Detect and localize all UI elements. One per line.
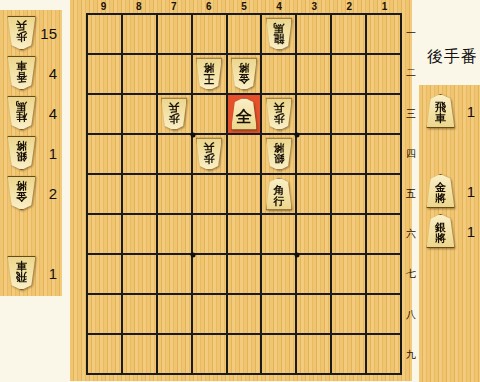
hand-count-gold: 2 (49, 185, 57, 202)
piece-kanji: 銀 (273, 153, 284, 164)
piece-kanji: 行 (273, 196, 284, 207)
piece-kanji: 將 (435, 233, 446, 244)
hand-count-rook: 1 (467, 103, 475, 120)
board-cell-6-2[interactable]: 王將 (193, 55, 226, 93)
board-cell-3-2[interactable] (297, 55, 330, 93)
file-label-1: 1 (367, 0, 402, 13)
board-cell-4-7[interactable] (262, 255, 295, 293)
board-cell-4-9[interactable] (262, 335, 295, 373)
board-cell-8-6[interactable] (123, 215, 156, 253)
board-cell-9-4[interactable] (88, 135, 121, 173)
board-cell-8-3[interactable] (123, 95, 156, 133)
board-cell-6-9[interactable] (193, 335, 226, 373)
piece-face: 全 (230, 98, 257, 131)
board-cell-3-4[interactable] (297, 135, 330, 173)
shogi-board-panel: 987654321 龍馬王將金將歩兵全歩兵歩兵銀將角行 一二三四五六七八九 (70, 0, 412, 381)
board-cell-5-3[interactable]: 全 (228, 95, 261, 133)
board-cell-2-3[interactable] (332, 95, 365, 133)
board-cell-9-5[interactable] (88, 175, 121, 213)
hand-slot-gold[interactable]: 金將2 (0, 173, 62, 213)
board-cell-4-5[interactable]: 角行 (262, 175, 295, 213)
piece-kanji: 兵 (204, 142, 215, 153)
hand-slot-empty (419, 251, 480, 291)
hand-count-lance: 4 (49, 65, 57, 82)
piece-kanji: 兵 (273, 102, 284, 113)
piece-gote-pawn[interactable]: 歩兵 (265, 98, 292, 131)
board-cell-8-9[interactable] (123, 335, 156, 373)
piece-face: 金將 (426, 174, 455, 208)
board-cell-5-4[interactable] (228, 135, 261, 173)
piece-kanji: 將 (16, 141, 27, 152)
board-cell-7-1[interactable] (158, 15, 191, 53)
piece-gote-knight[interactable]: 桂馬 (7, 96, 36, 130)
file-label-6: 6 (191, 0, 226, 13)
board-cell-7-5[interactable] (158, 175, 191, 213)
piece-face: 金將 (230, 58, 257, 91)
piece-face: 銀將 (265, 138, 292, 171)
piece-kanji: 桂 (16, 112, 27, 123)
piece-gote-promoted-bishop[interactable]: 龍馬 (265, 18, 292, 51)
piece-gote-pawn[interactable]: 歩兵 (7, 16, 36, 50)
piece-kanji: 車 (16, 261, 27, 272)
board-cell-3-1[interactable] (297, 15, 330, 53)
piece-kanji: 歩 (273, 113, 284, 124)
board-cell-9-1[interactable] (88, 15, 121, 53)
piece-face: 歩兵 (161, 98, 188, 131)
piece-kanji: 歩 (204, 153, 215, 164)
board-cell-4-8[interactable] (262, 295, 295, 333)
board-cell-9-6[interactable] (88, 215, 121, 253)
rank-label-1: 一 (404, 13, 418, 53)
rank-labels: 一二三四五六七八九 (404, 13, 418, 375)
rank-label-6: 六 (404, 214, 418, 254)
board-cell-6-3[interactable] (193, 95, 226, 133)
board-cell-6-5[interactable] (193, 175, 226, 213)
file-label-7: 7 (156, 0, 191, 13)
board-cell-2-4[interactable] (332, 135, 365, 173)
board-cell-8-7[interactable] (123, 255, 156, 293)
board-cell-3-5[interactable] (297, 175, 330, 213)
board-cell-2-2[interactable] (332, 55, 365, 93)
piece-face: 歩兵 (265, 98, 292, 131)
hand-count-pawn: 15 (40, 25, 57, 42)
piece-kanji: 歩 (169, 113, 180, 124)
star-point-3 (190, 252, 195, 257)
piece-face: 角行 (265, 178, 292, 211)
board-cell-4-3[interactable]: 歩兵 (262, 95, 295, 133)
piece-gote-gold[interactable]: 金將 (230, 58, 257, 91)
file-labels: 987654321 (86, 0, 402, 13)
piece-kanji: 將 (273, 142, 284, 153)
piece-kanji: 馬 (16, 101, 27, 112)
hand-slot-empty (419, 331, 480, 371)
board-cell-3-8[interactable] (297, 295, 330, 333)
piece-gote-lance[interactable]: 香車 (7, 56, 36, 90)
piece-kanji: 將 (16, 181, 27, 192)
board-cell-1-8[interactable] (367, 295, 400, 333)
shogi-board-grid: 龍馬王將金將歩兵全歩兵歩兵銀將角行 (86, 13, 402, 375)
sente-hand-tray: 飛車1金將1銀將1 (419, 85, 480, 382)
board-cell-3-3[interactable] (297, 95, 330, 133)
star-point-2 (294, 132, 299, 137)
board-cell-5-5[interactable] (228, 175, 261, 213)
piece-face: 龍馬 (265, 18, 292, 51)
piece-face: 歩兵 (196, 138, 223, 171)
board-cell-7-7[interactable] (158, 255, 191, 293)
piece-kanji: 飛 (16, 272, 27, 283)
hand-count-rook: 1 (49, 265, 57, 282)
turn-indicator: 後手番 (427, 47, 478, 68)
board-cell-1-7[interactable] (367, 255, 400, 293)
hand-slot-silver[interactable]: 銀將1 (0, 133, 62, 173)
piece-kanji: 兵 (16, 21, 27, 32)
piece-kanji: 銀 (16, 152, 27, 163)
board-cell-9-7[interactable] (88, 255, 121, 293)
piece-face: 飛車 (426, 94, 455, 128)
piece-kanji: 車 (435, 113, 446, 124)
piece-face: 王將 (196, 58, 223, 91)
piece-face: 銀將 (7, 136, 36, 170)
board-cell-7-4[interactable] (158, 135, 191, 173)
board-cell-9-9[interactable] (88, 335, 121, 373)
piece-sente-gold[interactable]: 金將 (426, 174, 455, 208)
star-point-1 (190, 132, 195, 137)
board-cell-7-8[interactable] (158, 295, 191, 333)
piece-face: 金將 (7, 176, 36, 210)
hand-slot-pawn[interactable]: 歩兵15 (0, 13, 62, 53)
file-label-9: 9 (86, 0, 121, 13)
board-cell-6-8[interactable] (193, 295, 226, 333)
hand-slot-silver[interactable]: 銀將1 (419, 211, 480, 251)
file-label-2: 2 (332, 0, 367, 13)
file-label-8: 8 (121, 0, 156, 13)
board-cell-8-5[interactable] (123, 175, 156, 213)
board-cell-3-6[interactable] (297, 215, 330, 253)
board-cell-2-7[interactable] (332, 255, 365, 293)
board-cell-6-6[interactable] (193, 215, 226, 253)
board-cell-6-4[interactable]: 歩兵 (193, 135, 226, 173)
piece-kanji: 香 (16, 72, 27, 83)
piece-kanji: 飛 (435, 102, 446, 113)
piece-kanji: 龍 (273, 33, 284, 44)
piece-face: 香車 (7, 56, 36, 90)
file-label-5: 5 (226, 0, 261, 13)
hand-count-silver: 1 (49, 145, 57, 162)
board-cell-8-4[interactable] (123, 135, 156, 173)
board-cell-1-6[interactable] (367, 215, 400, 253)
piece-gote-gold[interactable]: 金將 (7, 176, 36, 210)
board-cell-3-9[interactable] (297, 335, 330, 373)
piece-kanji: 兵 (169, 102, 180, 113)
board-cell-9-3[interactable] (88, 95, 121, 133)
board-cell-5-1[interactable] (228, 15, 261, 53)
board-cell-9-8[interactable] (88, 295, 121, 333)
hand-slot-knight[interactable]: 桂馬4 (0, 93, 62, 133)
board-cell-2-9[interactable] (332, 335, 365, 373)
board-cell-6-1[interactable] (193, 15, 226, 53)
piece-sente-rook[interactable]: 飛車 (426, 94, 455, 128)
board-cell-1-3[interactable] (367, 95, 400, 133)
board-cell-4-4[interactable]: 銀將 (262, 135, 295, 173)
hand-slot-rook[interactable]: 飛車1 (419, 91, 480, 131)
shogi-diagram: 歩兵15香車4桂馬4銀將1金將2飛車1 987654321 龍馬王將金將歩兵全歩… (0, 0, 480, 382)
piece-kanji: 全 (236, 107, 252, 124)
hand-slot-empty (0, 213, 62, 253)
hand-count-gold: 1 (467, 183, 475, 200)
board-cell-7-3[interactable]: 歩兵 (158, 95, 191, 133)
board-cell-5-6[interactable] (228, 215, 261, 253)
board-cell-7-6[interactable] (158, 215, 191, 253)
piece-face: 歩兵 (7, 16, 36, 50)
piece-kanji: 車 (16, 61, 27, 72)
piece-sente-bishop[interactable]: 角行 (265, 178, 292, 211)
file-label-4: 4 (262, 0, 297, 13)
piece-sente-silver[interactable]: 銀將 (426, 214, 455, 248)
piece-kanji: 馬 (273, 22, 284, 33)
hand-slot-rook[interactable]: 飛車1 (0, 253, 62, 293)
board-cell-9-2[interactable] (88, 55, 121, 93)
piece-gote-king[interactable]: 王將 (196, 58, 223, 91)
rank-label-7: 七 (404, 254, 418, 294)
hand-slot-empty (419, 291, 480, 331)
piece-kanji: 王 (204, 73, 215, 84)
board-cell-4-2[interactable] (262, 55, 295, 93)
piece-face: 飛車 (7, 256, 36, 290)
piece-kanji: 金 (16, 192, 27, 203)
piece-kanji: 將 (238, 62, 249, 73)
rank-label-8: 八 (404, 295, 418, 335)
piece-face: 桂馬 (7, 96, 36, 130)
board-cell-7-9[interactable] (158, 335, 191, 373)
board-cell-2-1[interactable] (332, 15, 365, 53)
rank-label-3: 三 (404, 93, 418, 133)
hand-slot-gold[interactable]: 金將1 (419, 171, 480, 211)
board-cell-5-8[interactable] (228, 295, 261, 333)
rank-label-9: 九 (404, 335, 418, 375)
rank-label-5: 五 (404, 174, 418, 214)
file-label-3: 3 (297, 0, 332, 13)
board-cell-7-2[interactable] (158, 55, 191, 93)
star-point-4 (294, 252, 299, 257)
piece-kanji: 金 (435, 182, 446, 193)
piece-gote-pawn[interactable]: 歩兵 (196, 138, 223, 171)
piece-face: 銀將 (426, 214, 455, 248)
board-cell-1-2[interactable] (367, 55, 400, 93)
board-cell-6-7[interactable] (193, 255, 226, 293)
piece-sente-promoted-silver[interactable]: 全 (230, 98, 257, 131)
piece-kanji: 金 (238, 73, 249, 84)
board-cell-2-8[interactable] (332, 295, 365, 333)
rank-label-2: 二 (404, 53, 418, 93)
board-cell-1-9[interactable] (367, 335, 400, 373)
board-cell-8-8[interactable] (123, 295, 156, 333)
board-cell-8-2[interactable] (123, 55, 156, 93)
board-cell-8-1[interactable] (123, 15, 156, 53)
piece-kanji: 將 (435, 193, 446, 204)
board-cell-2-5[interactable] (332, 175, 365, 213)
piece-kanji: 銀 (435, 222, 446, 233)
board-cell-4-1[interactable]: 龍馬 (262, 15, 295, 53)
board-cell-1-4[interactable] (367, 135, 400, 173)
piece-gote-silver[interactable]: 銀將 (7, 136, 36, 170)
hand-slot-lance[interactable]: 香車4 (0, 53, 62, 93)
rank-label-4: 四 (404, 134, 418, 174)
board-cell-1-1[interactable] (367, 15, 400, 53)
board-cell-2-6[interactable] (332, 215, 365, 253)
piece-gote-silver[interactable]: 銀將 (265, 138, 292, 171)
hand-count-knight: 4 (49, 105, 57, 122)
board-cell-5-7[interactable] (228, 255, 261, 293)
board-cell-3-7[interactable] (297, 255, 330, 293)
hand-slot-empty (419, 131, 480, 171)
gote-hand-tray: 歩兵15香車4桂馬4銀將1金將2飛車1 (0, 10, 62, 296)
board-cell-1-5[interactable] (367, 175, 400, 213)
piece-gote-pawn[interactable]: 歩兵 (161, 98, 188, 131)
board-cell-4-6[interactable] (262, 215, 295, 253)
piece-kanji: 歩 (16, 32, 27, 43)
hand-count-silver: 1 (467, 223, 475, 240)
board-cell-5-2[interactable]: 金將 (228, 55, 261, 93)
board-cell-5-9[interactable] (228, 335, 261, 373)
piece-gote-rook[interactable]: 飛車 (7, 256, 36, 290)
piece-kanji: 將 (204, 62, 215, 73)
